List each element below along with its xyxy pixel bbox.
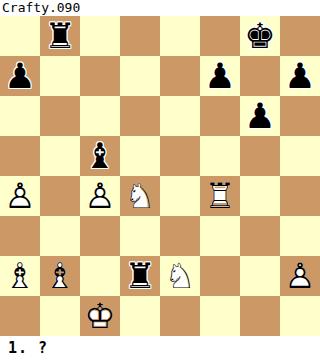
square-a7[interactable]: ♟: [0, 56, 40, 96]
black-rook: ♜: [120, 256, 160, 296]
square-a2[interactable]: ♝♗: [0, 256, 40, 296]
white-pawn: ♟♙: [80, 176, 120, 216]
square-h5[interactable]: [280, 136, 320, 176]
square-d3[interactable]: [120, 216, 160, 256]
black-pawn: ♟: [200, 56, 240, 96]
square-b7[interactable]: [40, 56, 80, 96]
square-f5[interactable]: [200, 136, 240, 176]
square-e3[interactable]: [160, 216, 200, 256]
square-e7[interactable]: [160, 56, 200, 96]
square-h6[interactable]: [280, 96, 320, 136]
window-title: Crafty.090: [2, 1, 80, 15]
square-h1[interactable]: [280, 296, 320, 336]
square-d7[interactable]: [120, 56, 160, 96]
white-bishop: ♝♗: [0, 256, 40, 296]
square-d8[interactable]: [120, 16, 160, 56]
white-pawn: ♟♙: [0, 176, 40, 216]
square-b4[interactable]: [40, 176, 80, 216]
square-b1[interactable]: [40, 296, 80, 336]
title-bar: Crafty.090: [0, 0, 320, 16]
square-h4[interactable]: [280, 176, 320, 216]
square-g3[interactable]: [240, 216, 280, 256]
black-bishop: ♝: [80, 136, 120, 176]
square-e5[interactable]: [160, 136, 200, 176]
status-bar: 1. ?: [0, 336, 320, 360]
black-rook: ♜: [40, 16, 80, 56]
square-a1[interactable]: [0, 296, 40, 336]
square-f1[interactable]: [200, 296, 240, 336]
square-d5[interactable]: [120, 136, 160, 176]
square-b6[interactable]: [40, 96, 80, 136]
square-b2[interactable]: ♝♗: [40, 256, 80, 296]
square-c6[interactable]: [80, 96, 120, 136]
black-pawn: ♟: [240, 96, 280, 136]
square-h8[interactable]: [280, 16, 320, 56]
move-prompt: 1. ?: [8, 339, 48, 357]
square-g4[interactable]: [240, 176, 280, 216]
square-c2[interactable]: [80, 256, 120, 296]
square-a8[interactable]: [0, 16, 40, 56]
square-a3[interactable]: [0, 216, 40, 256]
chess-board: ♜♚♟♟♟♟♝♟♙♟♙♞♘♜♖♝♗♝♗♜♞♘♟♙♚♔: [0, 16, 320, 336]
square-f7[interactable]: ♟: [200, 56, 240, 96]
square-e6[interactable]: [160, 96, 200, 136]
square-g6[interactable]: ♟: [240, 96, 280, 136]
square-e8[interactable]: [160, 16, 200, 56]
white-knight: ♞♘: [160, 256, 200, 296]
square-f8[interactable]: [200, 16, 240, 56]
black-pawn: ♟: [0, 56, 40, 96]
square-g8[interactable]: ♚: [240, 16, 280, 56]
square-h2[interactable]: ♟♙: [280, 256, 320, 296]
square-f2[interactable]: [200, 256, 240, 296]
square-h3[interactable]: [280, 216, 320, 256]
square-h7[interactable]: ♟: [280, 56, 320, 96]
square-f4[interactable]: ♜♖: [200, 176, 240, 216]
square-g7[interactable]: [240, 56, 280, 96]
square-a5[interactable]: [0, 136, 40, 176]
square-b5[interactable]: [40, 136, 80, 176]
square-a4[interactable]: ♟♙: [0, 176, 40, 216]
white-bishop: ♝♗: [40, 256, 80, 296]
square-g1[interactable]: [240, 296, 280, 336]
square-b3[interactable]: [40, 216, 80, 256]
square-c7[interactable]: [80, 56, 120, 96]
square-f6[interactable]: [200, 96, 240, 136]
square-e4[interactable]: [160, 176, 200, 216]
square-e2[interactable]: ♞♘: [160, 256, 200, 296]
square-g2[interactable]: [240, 256, 280, 296]
square-c8[interactable]: [80, 16, 120, 56]
square-b8[interactable]: ♜: [40, 16, 80, 56]
black-king: ♚: [240, 16, 280, 56]
white-rook: ♜♖: [200, 176, 240, 216]
square-f3[interactable]: [200, 216, 240, 256]
square-c4[interactable]: ♟♙: [80, 176, 120, 216]
square-d2[interactable]: ♜: [120, 256, 160, 296]
white-knight: ♞♘: [120, 176, 160, 216]
square-c5[interactable]: ♝: [80, 136, 120, 176]
square-a6[interactable]: [0, 96, 40, 136]
square-d6[interactable]: [120, 96, 160, 136]
square-d1[interactable]: [120, 296, 160, 336]
square-g5[interactable]: [240, 136, 280, 176]
square-c3[interactable]: [80, 216, 120, 256]
white-king: ♚♔: [80, 296, 120, 336]
square-e1[interactable]: [160, 296, 200, 336]
black-pawn: ♟: [280, 56, 320, 96]
square-d4[interactable]: ♞♘: [120, 176, 160, 216]
square-c1[interactable]: ♚♔: [80, 296, 120, 336]
white-pawn: ♟♙: [280, 256, 320, 296]
